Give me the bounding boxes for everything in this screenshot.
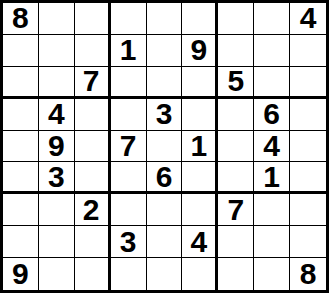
cell-r6c1[interactable] <box>3 162 39 194</box>
cell-r2c2[interactable] <box>39 35 75 67</box>
cell-r2c5[interactable] <box>147 35 183 67</box>
cell-r7c5[interactable] <box>147 194 183 226</box>
cell-r2c3[interactable] <box>75 35 111 67</box>
cell-r6c9[interactable] <box>290 162 326 194</box>
cell-r1c3[interactable] <box>75 3 111 35</box>
cell-r9c7[interactable] <box>218 258 254 290</box>
cell-r5c7[interactable] <box>218 131 254 163</box>
cell-r1c6[interactable] <box>182 3 218 35</box>
cell-r8c6[interactable]: 4 <box>182 226 218 258</box>
cell-r8c1[interactable] <box>3 226 39 258</box>
cell-r4c7[interactable] <box>218 99 254 131</box>
cell-r4c6[interactable] <box>182 99 218 131</box>
cell-r5c6[interactable]: 1 <box>182 131 218 163</box>
cell-r4c4[interactable] <box>111 99 147 131</box>
cell-r3c7[interactable]: 5 <box>218 67 254 99</box>
cell-r3c2[interactable] <box>39 67 75 99</box>
cell-r3c9[interactable] <box>290 67 326 99</box>
cell-r9c1[interactable]: 9 <box>3 258 39 290</box>
cell-r8c8[interactable] <box>254 226 290 258</box>
cell-r6c5[interactable]: 6 <box>147 162 183 194</box>
cell-r4c8[interactable]: 6 <box>254 99 290 131</box>
cell-r3c5[interactable] <box>147 67 183 99</box>
cell-r3c3[interactable]: 7 <box>75 67 111 99</box>
cell-r2c1[interactable] <box>3 35 39 67</box>
cell-r9c6[interactable] <box>182 258 218 290</box>
cell-r6c4[interactable] <box>111 162 147 194</box>
cell-r5c1[interactable] <box>3 131 39 163</box>
cell-r2c7[interactable] <box>218 35 254 67</box>
cell-r1c5[interactable] <box>147 3 183 35</box>
cell-r3c1[interactable] <box>3 67 39 99</box>
cell-r6c8[interactable]: 1 <box>254 162 290 194</box>
cell-r7c9[interactable] <box>290 194 326 226</box>
cell-r9c5[interactable] <box>147 258 183 290</box>
cell-r1c2[interactable] <box>39 3 75 35</box>
cell-r9c2[interactable] <box>39 258 75 290</box>
cell-r5c2[interactable]: 9 <box>39 131 75 163</box>
cell-r8c4[interactable]: 3 <box>111 226 147 258</box>
cell-r4c9[interactable] <box>290 99 326 131</box>
cell-r7c6[interactable] <box>182 194 218 226</box>
sudoku-board: 8 4 1 9 7 5 4 3 6 9 7 1 4 3 6 1 <box>0 0 329 293</box>
cell-r8c7[interactable] <box>218 226 254 258</box>
cell-r6c6[interactable] <box>182 162 218 194</box>
cell-r4c3[interactable] <box>75 99 111 131</box>
cell-r4c5[interactable]: 3 <box>147 99 183 131</box>
cell-r3c8[interactable] <box>254 67 290 99</box>
cell-r2c9[interactable] <box>290 35 326 67</box>
cell-r6c2[interactable]: 3 <box>39 162 75 194</box>
cell-r4c2[interactable]: 4 <box>39 99 75 131</box>
cell-r7c3[interactable]: 2 <box>75 194 111 226</box>
cell-r1c9[interactable]: 4 <box>290 3 326 35</box>
cell-r6c7[interactable] <box>218 162 254 194</box>
cell-r8c3[interactable] <box>75 226 111 258</box>
cell-r8c2[interactable] <box>39 226 75 258</box>
cell-r3c4[interactable] <box>111 67 147 99</box>
cell-r5c8[interactable]: 4 <box>254 131 290 163</box>
cell-r1c4[interactable] <box>111 3 147 35</box>
cell-r3c6[interactable] <box>182 67 218 99</box>
cell-r9c3[interactable] <box>75 258 111 290</box>
cell-r7c1[interactable] <box>3 194 39 226</box>
cell-r5c5[interactable] <box>147 131 183 163</box>
cell-r6c3[interactable] <box>75 162 111 194</box>
cell-r1c8[interactable] <box>254 3 290 35</box>
cell-r1c1[interactable]: 8 <box>3 3 39 35</box>
cell-r2c8[interactable] <box>254 35 290 67</box>
cell-r5c9[interactable] <box>290 131 326 163</box>
cell-r2c4[interactable]: 1 <box>111 35 147 67</box>
cell-r8c9[interactable] <box>290 226 326 258</box>
cell-r2c6[interactable]: 9 <box>182 35 218 67</box>
cell-r7c8[interactable] <box>254 194 290 226</box>
cell-r1c7[interactable] <box>218 3 254 35</box>
cell-r7c2[interactable] <box>39 194 75 226</box>
cell-r9c9[interactable]: 8 <box>290 258 326 290</box>
cell-r5c4[interactable]: 7 <box>111 131 147 163</box>
cell-r8c5[interactable] <box>147 226 183 258</box>
cell-r5c3[interactable] <box>75 131 111 163</box>
cell-r7c7[interactable]: 7 <box>218 194 254 226</box>
cell-r9c8[interactable] <box>254 258 290 290</box>
cell-r7c4[interactable] <box>111 194 147 226</box>
cell-r9c4[interactable] <box>111 258 147 290</box>
cell-r4c1[interactable] <box>3 99 39 131</box>
